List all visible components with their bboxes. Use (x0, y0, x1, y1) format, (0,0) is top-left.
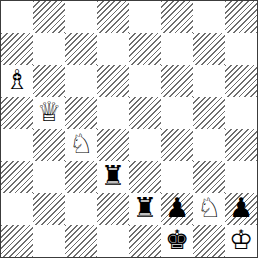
black-rook-d3: ♜ (101, 161, 125, 192)
white-king-h1: ♔ (229, 225, 253, 256)
square-g4[interactable] (193, 129, 225, 161)
black-rook-e2: ♜ (133, 193, 157, 224)
square-c4[interactable]: ♘ (65, 129, 97, 161)
square-f5[interactable] (161, 97, 193, 129)
square-a2[interactable] (1, 193, 33, 225)
square-b6[interactable] (33, 65, 65, 97)
square-a6[interactable]: ♗ (1, 65, 33, 97)
square-d5[interactable] (97, 97, 129, 129)
white-knight-g2: ♘ (197, 193, 221, 224)
square-f8[interactable] (161, 1, 193, 33)
square-a5[interactable] (1, 97, 33, 129)
square-a8[interactable] (1, 1, 33, 33)
square-h2[interactable]: ♟ (225, 193, 257, 225)
square-f3[interactable] (161, 161, 193, 193)
white-bishop-a6: ♗ (5, 65, 29, 96)
white-knight-c4: ♘ (69, 129, 93, 160)
square-d6[interactable] (97, 65, 129, 97)
square-e2[interactable]: ♜ (129, 193, 161, 225)
square-b8[interactable] (33, 1, 65, 33)
square-c1[interactable] (65, 225, 97, 257)
square-c2[interactable] (65, 193, 97, 225)
square-g3[interactable] (193, 161, 225, 193)
square-a1[interactable] (1, 225, 33, 257)
square-f1[interactable]: ♚ (161, 225, 193, 257)
square-h1[interactable]: ♔ (225, 225, 257, 257)
square-e7[interactable] (129, 33, 161, 65)
square-c5[interactable] (65, 97, 97, 129)
square-a3[interactable] (1, 161, 33, 193)
black-king-f1: ♚ (165, 225, 189, 256)
square-d7[interactable] (97, 33, 129, 65)
square-g8[interactable] (193, 1, 225, 33)
square-e3[interactable] (129, 161, 161, 193)
square-g5[interactable] (193, 97, 225, 129)
square-b3[interactable] (33, 161, 65, 193)
square-b1[interactable] (33, 225, 65, 257)
white-queen-b5: ♕ (37, 97, 61, 128)
square-g7[interactable] (193, 33, 225, 65)
square-d3[interactable]: ♜ (97, 161, 129, 193)
square-h8[interactable] (225, 1, 257, 33)
square-h7[interactable] (225, 33, 257, 65)
square-b5[interactable]: ♕ (33, 97, 65, 129)
square-c3[interactable] (65, 161, 97, 193)
square-d1[interactable] (97, 225, 129, 257)
square-f2[interactable]: ♟ (161, 193, 193, 225)
square-d4[interactable] (97, 129, 129, 161)
square-f7[interactable] (161, 33, 193, 65)
square-a7[interactable] (1, 33, 33, 65)
square-d2[interactable] (97, 193, 129, 225)
square-b2[interactable] (33, 193, 65, 225)
square-e1[interactable] (129, 225, 161, 257)
square-a4[interactable] (1, 129, 33, 161)
square-e4[interactable] (129, 129, 161, 161)
square-h5[interactable] (225, 97, 257, 129)
square-g2[interactable]: ♘ (193, 193, 225, 225)
square-g1[interactable] (193, 225, 225, 257)
square-h4[interactable] (225, 129, 257, 161)
square-b4[interactable] (33, 129, 65, 161)
square-b7[interactable] (33, 33, 65, 65)
square-c6[interactable] (65, 65, 97, 97)
square-d8[interactable] (97, 1, 129, 33)
square-e8[interactable] (129, 1, 161, 33)
black-pawn-f2: ♟ (165, 193, 189, 224)
square-h3[interactable] (225, 161, 257, 193)
black-pawn-h2: ♟ (229, 193, 253, 224)
square-e6[interactable] (129, 65, 161, 97)
chess-board: ♗♕♘♜♜♟♘♟♚♔ (0, 0, 258, 258)
square-f4[interactable] (161, 129, 193, 161)
square-e5[interactable] (129, 97, 161, 129)
square-c7[interactable] (65, 33, 97, 65)
square-f6[interactable] (161, 65, 193, 97)
square-h6[interactable] (225, 65, 257, 97)
square-g6[interactable] (193, 65, 225, 97)
square-c8[interactable] (65, 1, 97, 33)
